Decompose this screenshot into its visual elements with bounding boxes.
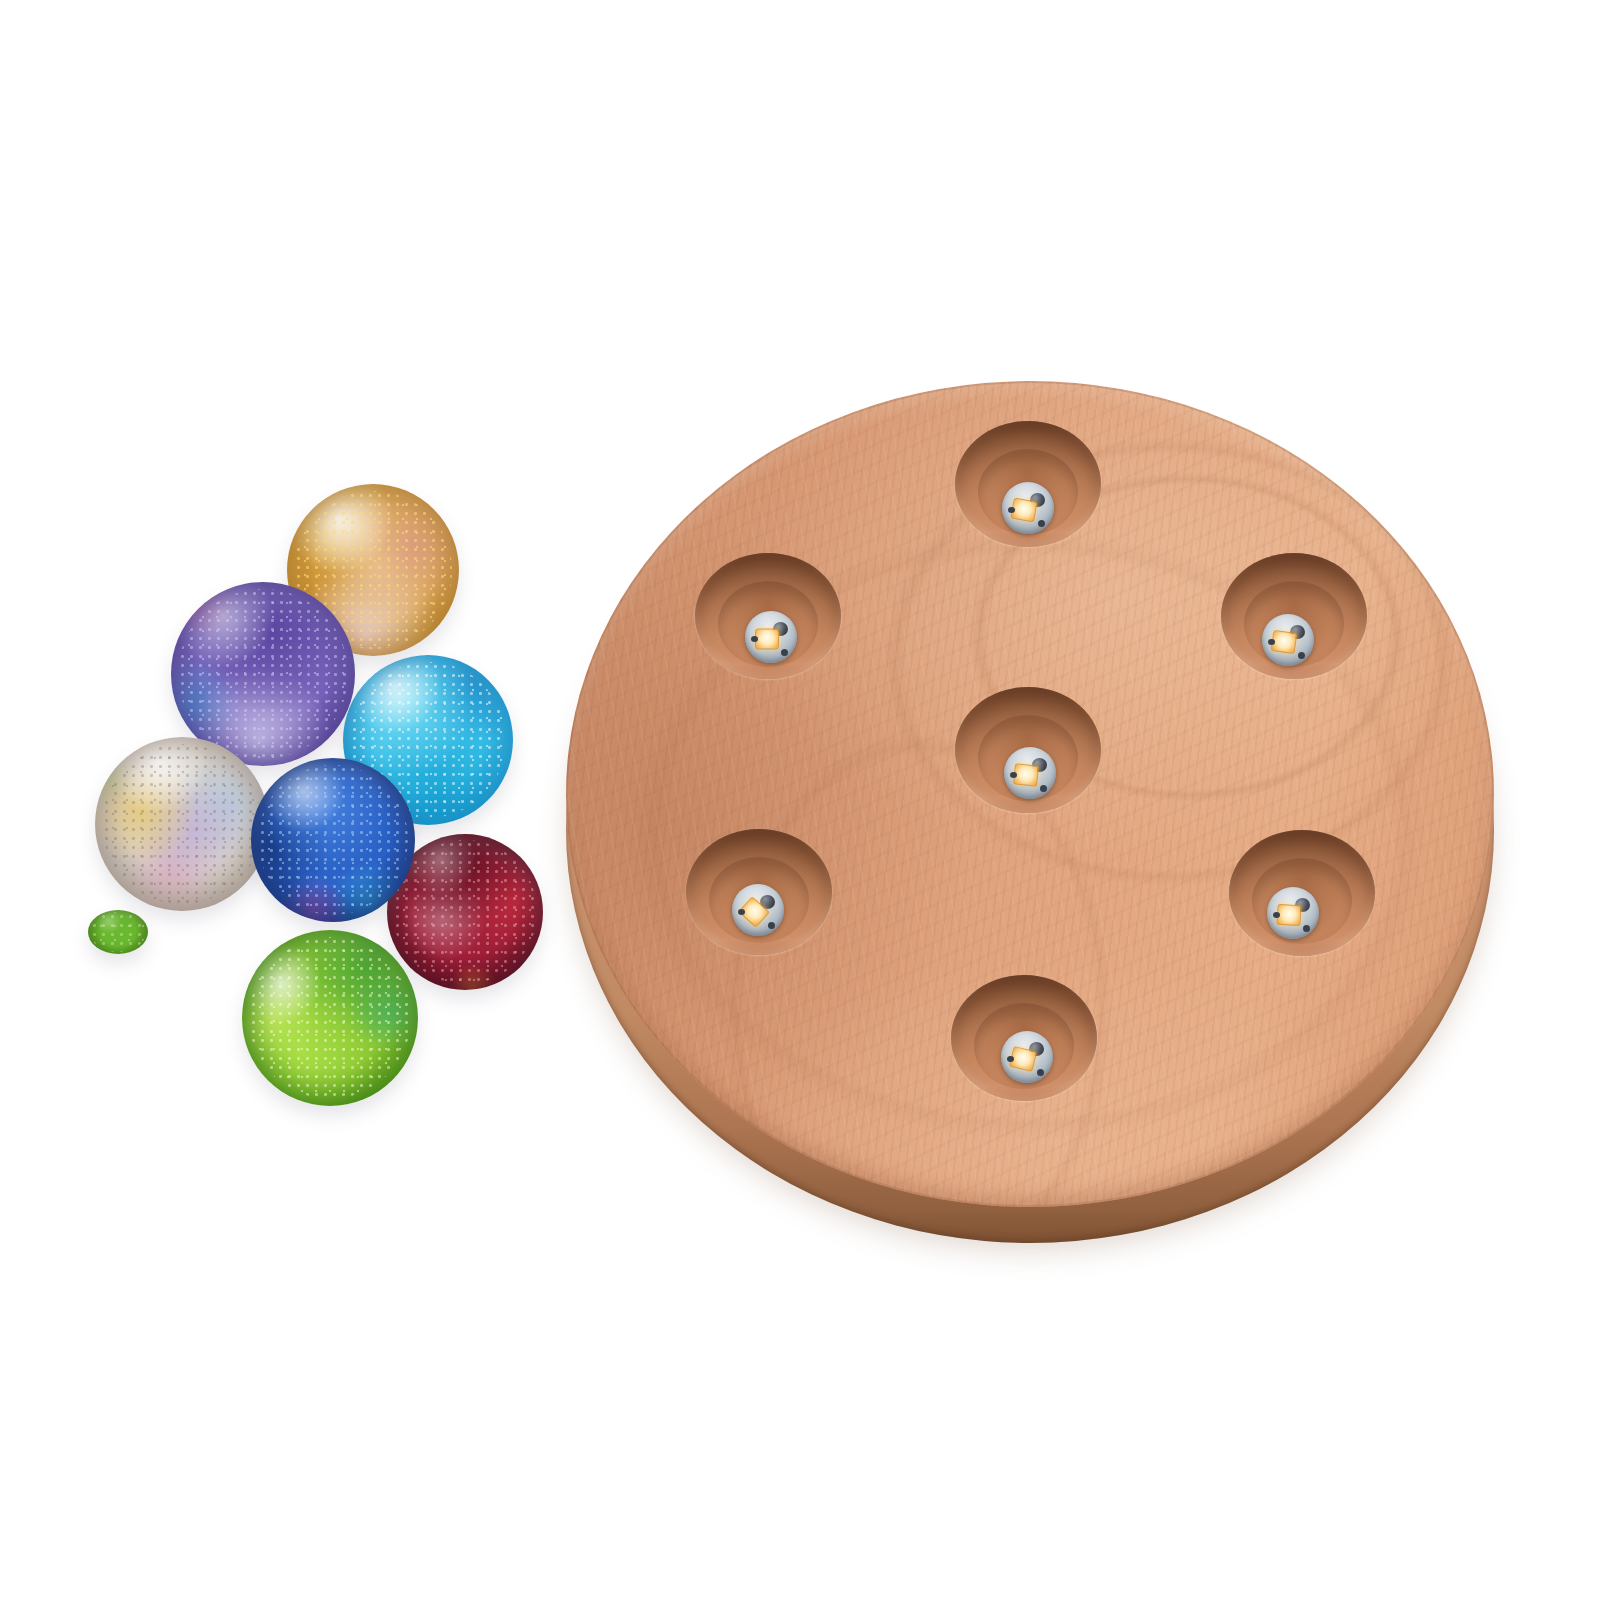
led-solder-dot	[1037, 1069, 1044, 1076]
glitter-speckles	[90, 912, 145, 953]
led-icon	[732, 884, 784, 936]
led-solder-dot	[781, 649, 788, 656]
led-icon	[1004, 747, 1056, 799]
led-icon	[1262, 614, 1314, 666]
glitter-speckles	[178, 589, 347, 758]
glitter-speckles	[249, 937, 411, 1099]
hole-mid-left[interactable]	[686, 829, 832, 955]
led-icon	[745, 611, 797, 663]
led-solder-dot	[1298, 652, 1305, 659]
hole-mid-right[interactable]	[1229, 830, 1375, 956]
hole-upper-left[interactable]	[695, 553, 841, 679]
marble-dark-blue[interactable]	[251, 758, 415, 922]
marble-green-sliver[interactable]	[88, 910, 148, 954]
hole-center[interactable]	[955, 687, 1101, 813]
hole-upper-right[interactable]	[1221, 553, 1367, 679]
glitter-speckles	[102, 744, 262, 904]
led-icon	[1267, 887, 1319, 939]
led-solder-dot	[1038, 520, 1045, 527]
led-icon	[1002, 482, 1054, 534]
led-solder-dot	[1040, 785, 1047, 792]
glitter-speckles	[258, 765, 409, 916]
marble-opal-iridescent[interactable]	[95, 737, 269, 911]
photo-canvas	[0, 0, 1600, 1600]
hole-bottom[interactable]	[951, 975, 1097, 1101]
hole-top[interactable]	[955, 421, 1101, 547]
led-solder-dot	[768, 922, 775, 929]
glitter-speckles	[393, 840, 537, 984]
led-solder-dot	[1303, 925, 1310, 932]
led-chip-icon	[755, 629, 779, 650]
marble-lime-green[interactable]	[242, 930, 418, 1106]
led-icon	[1001, 1031, 1053, 1083]
